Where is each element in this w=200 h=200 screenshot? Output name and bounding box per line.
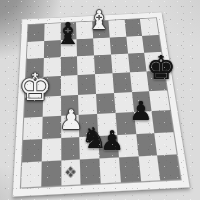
square-b2[interactable] (41, 138, 60, 162)
square-d6[interactable] (77, 56, 95, 75)
square-h2[interactable] (154, 132, 176, 156)
white-pawn-c3[interactable]: ♟ (59, 106, 83, 133)
black-bishop-c7[interactable]: ♝ (55, 19, 82, 49)
black-king-h5[interactable]: ♚ (146, 51, 176, 84)
square-e5[interactable] (95, 73, 114, 93)
square-a1[interactable] (21, 162, 41, 188)
square-a7[interactable] (27, 41, 44, 59)
square-a2[interactable] (22, 139, 42, 163)
square-e7[interactable] (93, 37, 111, 55)
photo-stage: ❖ ····· ♝♝♚♚♟♟♞♟ (0, 0, 200, 200)
square-f8[interactable] (108, 20, 126, 37)
square-e4[interactable] (96, 93, 115, 114)
square-d5[interactable] (78, 74, 96, 94)
square-h1[interactable] (157, 155, 180, 180)
square-a8[interactable] (28, 24, 45, 42)
square-f6[interactable] (111, 54, 130, 73)
black-pawn-e2[interactable]: ♟ (100, 127, 124, 154)
square-c5[interactable] (60, 75, 78, 95)
square-h8[interactable] (140, 18, 158, 35)
white-bishop-e8[interactable]: ♝ (87, 7, 110, 33)
square-e6[interactable] (94, 55, 112, 74)
square-f5[interactable] (112, 72, 131, 92)
square-h3[interactable] (152, 110, 173, 133)
square-e1[interactable] (99, 158, 120, 183)
black-pawn-g3[interactable]: ♟ (129, 98, 152, 124)
square-b1[interactable] (41, 161, 61, 187)
square-c1[interactable]: ❖ (61, 160, 81, 186)
square-b3[interactable] (42, 116, 61, 139)
square-c6[interactable] (60, 56, 77, 75)
square-d1[interactable] (80, 159, 101, 185)
square-a3[interactable] (23, 117, 42, 140)
maker-emblem-icon: ❖ (64, 164, 77, 180)
white-king-a5[interactable]: ♚ (18, 69, 51, 106)
square-f7[interactable] (109, 36, 127, 54)
square-c2[interactable] (61, 137, 80, 161)
square-f1[interactable] (119, 157, 141, 182)
